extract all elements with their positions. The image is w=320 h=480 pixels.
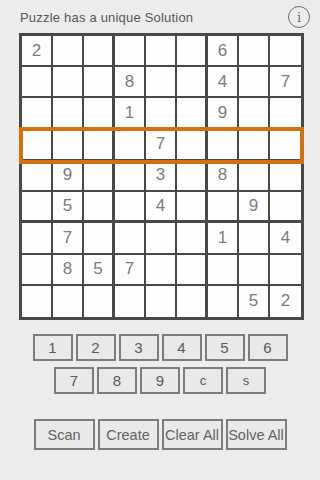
sudoku-cell-r8c6[interactable] [177, 255, 208, 286]
sudoku-cell-r3c8[interactable] [239, 98, 270, 129]
sudoku-cell-r9c6[interactable] [177, 286, 208, 317]
sudoku-cell-r1c7[interactable]: 6 [208, 36, 239, 67]
numpad-button-3[interactable]: 3 [119, 334, 159, 361]
sudoku-cell-r2c9[interactable]: 7 [270, 67, 301, 98]
sudoku-cell-r4c2[interactable] [53, 130, 84, 161]
sudoku-cell-r4c4[interactable] [115, 130, 146, 161]
numpad-button-8[interactable]: 8 [97, 367, 137, 394]
sudoku-cell-r9c1[interactable] [22, 286, 53, 317]
numpad-button-2[interactable]: 2 [76, 334, 116, 361]
sudoku-cell-r9c9[interactable]: 2 [270, 286, 301, 317]
sudoku-cell-r1c3[interactable] [84, 36, 115, 67]
sudoku-cell-r9c3[interactable] [84, 286, 115, 317]
action-bar: ScanCreateClear AllSolve All [0, 419, 320, 450]
sudoku-cell-r3c6[interactable] [177, 98, 208, 129]
numpad-row-2: 789cs [0, 367, 320, 394]
sudoku-cell-r1c2[interactable] [53, 36, 84, 67]
sudoku-cell-r4c6[interactable] [177, 130, 208, 161]
sudoku-cell-r6c8[interactable]: 9 [239, 192, 270, 223]
solve-all-button[interactable]: Solve All [226, 419, 287, 450]
sudoku-cell-r5c7[interactable]: 8 [208, 161, 239, 192]
sudoku-cell-r2c6[interactable] [177, 67, 208, 98]
sudoku-cell-r6c1[interactable] [22, 192, 53, 223]
numpad-button-s[interactable]: s [226, 367, 266, 394]
sudoku-cell-r2c8[interactable] [239, 67, 270, 98]
sudoku-cell-r7c2[interactable]: 7 [53, 223, 84, 254]
sudoku-cell-r8c9[interactable] [270, 255, 301, 286]
sudoku-cell-r3c1[interactable] [22, 98, 53, 129]
sudoku-cell-r7c9[interactable]: 4 [270, 223, 301, 254]
sudoku-cell-r2c4[interactable]: 8 [115, 67, 146, 98]
sudoku-cell-r6c6[interactable] [177, 192, 208, 223]
sudoku-cell-r5c8[interactable] [239, 161, 270, 192]
numpad-button-7[interactable]: 7 [54, 367, 94, 394]
sudoku-cell-r5c6[interactable] [177, 161, 208, 192]
sudoku-board: 2684719793854971485752 [19, 33, 304, 320]
sudoku-cell-r9c4[interactable] [115, 286, 146, 317]
sudoku-cell-r1c4[interactable] [115, 36, 146, 67]
info-button[interactable]: i [288, 6, 310, 28]
numpad-button-6[interactable]: 6 [248, 334, 288, 361]
sudoku-cell-r6c9[interactable] [270, 192, 301, 223]
sudoku-cell-r9c5[interactable] [146, 286, 177, 317]
sudoku-cell-r5c1[interactable] [22, 161, 53, 192]
sudoku-cell-r3c3[interactable] [84, 98, 115, 129]
sudoku-cell-r8c8[interactable] [239, 255, 270, 286]
sudoku-cell-r7c4[interactable] [115, 223, 146, 254]
sudoku-cell-r5c3[interactable] [84, 161, 115, 192]
clear-all-button[interactable]: Clear All [162, 419, 223, 450]
sudoku-cell-r3c9[interactable] [270, 98, 301, 129]
sudoku-cell-r4c1[interactable] [22, 130, 53, 161]
sudoku-cell-r3c4[interactable]: 1 [115, 98, 146, 129]
sudoku-cell-r7c1[interactable] [22, 223, 53, 254]
sudoku-cell-r1c9[interactable] [270, 36, 301, 67]
sudoku-cell-r1c6[interactable] [177, 36, 208, 67]
info-icon: i [297, 11, 301, 24]
sudoku-app: Puzzle has a unique Solution i 268471979… [0, 0, 320, 480]
status-text: Puzzle has a unique Solution [20, 10, 193, 25]
sudoku-cell-r2c5[interactable] [146, 67, 177, 98]
sudoku-cell-r2c1[interactable] [22, 67, 53, 98]
sudoku-cell-r4c8[interactable] [239, 130, 270, 161]
sudoku-cell-r9c8[interactable]: 5 [239, 286, 270, 317]
sudoku-cell-r6c4[interactable] [115, 192, 146, 223]
create-button[interactable]: Create [98, 419, 159, 450]
sudoku-cell-r8c7[interactable] [208, 255, 239, 286]
sudoku-cell-r8c1[interactable] [22, 255, 53, 286]
sudoku-cell-r5c2[interactable]: 9 [53, 161, 84, 192]
sudoku-cell-r4c5[interactable]: 7 [146, 130, 177, 161]
sudoku-cell-r7c7[interactable]: 1 [208, 223, 239, 254]
scan-button[interactable]: Scan [34, 419, 95, 450]
sudoku-cell-r1c1[interactable]: 2 [22, 36, 53, 67]
sudoku-cell-r7c3[interactable] [84, 223, 115, 254]
sudoku-cell-r7c6[interactable] [177, 223, 208, 254]
sudoku-cell-r8c3[interactable]: 5 [84, 255, 115, 286]
sudoku-cell-r1c8[interactable] [239, 36, 270, 67]
sudoku-cell-r7c8[interactable] [239, 223, 270, 254]
sudoku-cell-r9c2[interactable] [53, 286, 84, 317]
sudoku-cell-r6c7[interactable] [208, 192, 239, 223]
sudoku-cell-r8c5[interactable] [146, 255, 177, 286]
sudoku-cell-r8c2[interactable]: 8 [53, 255, 84, 286]
sudoku-cell-r1c5[interactable] [146, 36, 177, 67]
numpad-button-1[interactable]: 1 [33, 334, 73, 361]
sudoku-cell-r2c7[interactable]: 4 [208, 67, 239, 98]
numpad-button-9[interactable]: 9 [140, 367, 180, 394]
sudoku-cell-r4c7[interactable] [208, 130, 239, 161]
sudoku-cell-r2c3[interactable] [84, 67, 115, 98]
sudoku-cell-r6c2[interactable]: 5 [53, 192, 84, 223]
sudoku-cell-r4c9[interactable] [270, 130, 301, 161]
numpad-button-5[interactable]: 5 [205, 334, 245, 361]
sudoku-cell-r5c5[interactable]: 3 [146, 161, 177, 192]
sudoku-cell-r6c3[interactable] [84, 192, 115, 223]
sudoku-cell-r6c5[interactable]: 4 [146, 192, 177, 223]
numpad-button-c[interactable]: c [183, 367, 223, 394]
sudoku-cell-r3c2[interactable] [53, 98, 84, 129]
sudoku-cell-r9c7[interactable] [208, 286, 239, 317]
sudoku-cell-r5c9[interactable] [270, 161, 301, 192]
sudoku-cell-r5c4[interactable] [115, 161, 146, 192]
sudoku-cell-r7c5[interactable] [146, 223, 177, 254]
numpad-row-1: 123456 [0, 334, 320, 361]
sudoku-cell-r4c3[interactable] [84, 130, 115, 161]
sudoku-cell-r8c4[interactable]: 7 [115, 255, 146, 286]
sudoku-cell-r2c2[interactable] [53, 67, 84, 98]
sudoku-cell-r3c5[interactable] [146, 98, 177, 129]
numpad-button-4[interactable]: 4 [162, 334, 202, 361]
sudoku-cell-r3c7[interactable]: 9 [208, 98, 239, 129]
